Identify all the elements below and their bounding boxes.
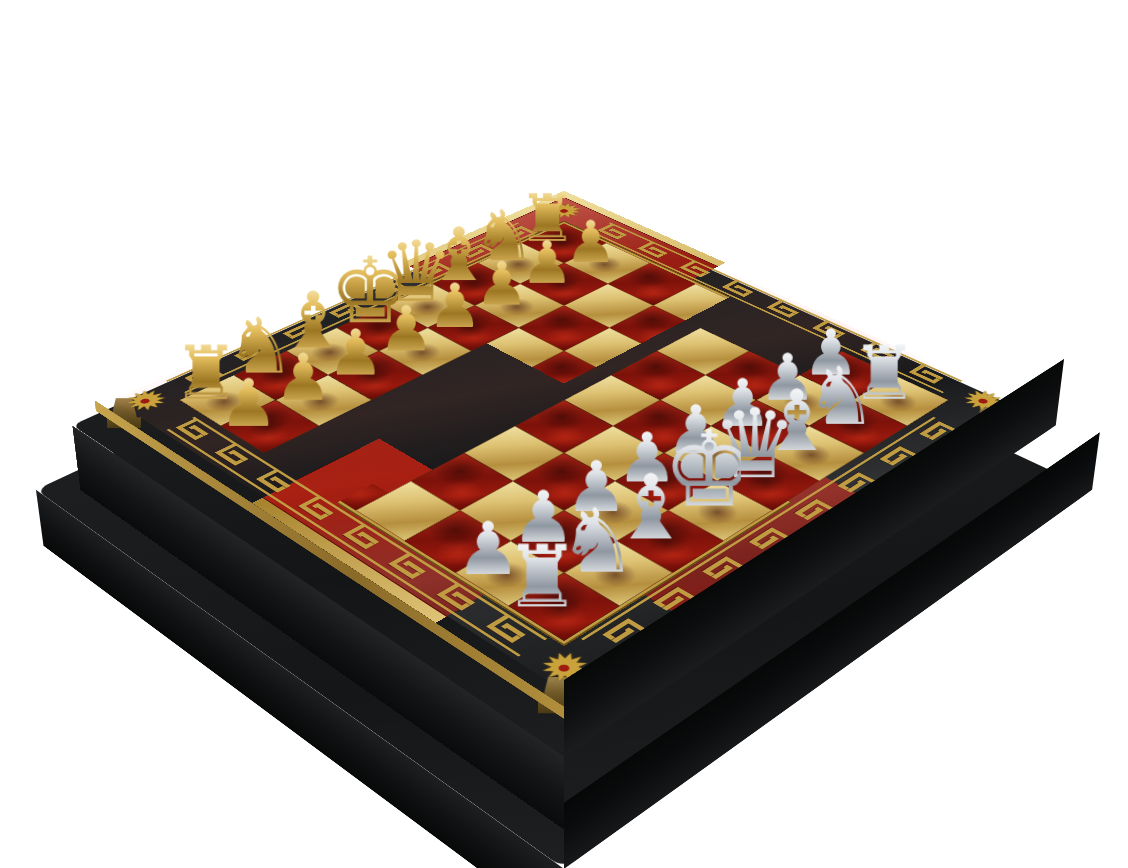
- world-plane: ✹ ✹ ✹ ✹ ♜♟♟♜♞♟♟♞♝♟♟♝♛♟♟♛♚♟♟♚♝♟♟♝♞♟♟♞♜♟♟♜: [94, 191, 1033, 707]
- scene-3d: ✹ ✹ ✹ ✹ ♜♟♟♜♞♟♟♞♝♟♟♝♛♟♟♛♚♟♟♚♝♟♟♝♞♟♟♞♜♟♟♜: [0, 0, 1128, 868]
- silver-rook: ♜: [501, 533, 585, 619]
- gold-pawn: ♟: [212, 370, 286, 436]
- product-photo-canvas: ✹ ✹ ✹ ✹ ♜♟♟♜♞♟♟♞♝♟♟♝♛♟♟♛♚♟♟♚♝♟♟♝♞♟♟♞♜♟♟♜: [0, 0, 1128, 868]
